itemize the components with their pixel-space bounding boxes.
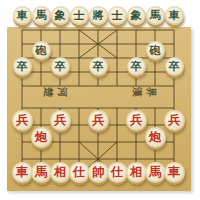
piece-character: 士 xyxy=(112,9,123,20)
pieces-layer: 車馬象士將士象馬車砲砲卒卒卒卒卒兵兵兵兵兵炮炮車馬相仕帥仕相馬車 xyxy=(0,0,200,200)
piece-character: 兵 xyxy=(130,113,142,125)
piece-character: 馬 xyxy=(149,165,161,177)
piece-character: 兵 xyxy=(16,113,28,125)
piece-character: 車 xyxy=(169,9,180,20)
piece-red-horse[interactable]: 馬 xyxy=(31,162,52,183)
piece-character: 馬 xyxy=(36,9,47,20)
piece-character: 將 xyxy=(93,9,104,20)
piece-red-general[interactable]: 帥 xyxy=(88,162,109,183)
piece-red-soldier[interactable]: 兵 xyxy=(12,110,33,131)
piece-black-cannon[interactable]: 砲 xyxy=(32,41,51,60)
piece-red-elephant[interactable]: 相 xyxy=(50,162,71,183)
piece-black-elephant[interactable]: 象 xyxy=(127,6,146,25)
piece-black-advisor[interactable]: 士 xyxy=(70,6,89,25)
piece-red-cannon[interactable]: 炮 xyxy=(31,127,52,148)
piece-character: 仕 xyxy=(73,165,85,177)
piece-black-elephant[interactable]: 象 xyxy=(51,6,70,25)
piece-black-horse[interactable]: 馬 xyxy=(32,6,51,25)
piece-red-soldier[interactable]: 兵 xyxy=(126,110,147,131)
piece-character: 仕 xyxy=(111,165,123,177)
piece-red-elephant[interactable]: 相 xyxy=(126,162,147,183)
piece-character: 砲 xyxy=(150,44,161,55)
piece-character: 馬 xyxy=(150,9,161,20)
piece-red-advisor[interactable]: 仕 xyxy=(69,162,90,183)
scene: 楚河 漢界 車馬象士將士象馬車砲砲卒卒卒卒卒兵兵兵兵兵炮炮車馬相仕帥仕相馬車 xyxy=(0,0,200,200)
piece-character: 兵 xyxy=(92,113,104,125)
piece-black-soldier[interactable]: 卒 xyxy=(13,57,32,76)
piece-character: 兵 xyxy=(168,113,180,125)
piece-character: 馬 xyxy=(35,165,47,177)
piece-character: 卒 xyxy=(55,60,66,71)
piece-black-soldier[interactable]: 卒 xyxy=(165,57,184,76)
piece-character: 象 xyxy=(131,9,142,20)
piece-character: 車 xyxy=(17,9,28,20)
piece-character: 卒 xyxy=(169,60,180,71)
piece-red-soldier[interactable]: 兵 xyxy=(164,110,185,131)
piece-character: 炮 xyxy=(149,130,161,142)
piece-character: 相 xyxy=(54,165,66,177)
piece-black-soldier[interactable]: 卒 xyxy=(127,57,146,76)
piece-character: 相 xyxy=(130,165,142,177)
piece-black-chariot[interactable]: 車 xyxy=(13,6,32,25)
piece-character: 卒 xyxy=(131,60,142,71)
piece-red-chariot[interactable]: 車 xyxy=(164,162,185,183)
piece-black-chariot[interactable]: 車 xyxy=(165,6,184,25)
piece-black-cannon[interactable]: 砲 xyxy=(146,41,165,60)
piece-black-general[interactable]: 將 xyxy=(89,6,108,25)
piece-red-soldier[interactable]: 兵 xyxy=(88,110,109,131)
piece-red-cannon[interactable]: 炮 xyxy=(145,127,166,148)
piece-character: 帥 xyxy=(92,165,104,177)
piece-character: 車 xyxy=(16,165,28,177)
piece-character: 卒 xyxy=(93,60,104,71)
piece-character: 砲 xyxy=(36,44,47,55)
piece-character: 士 xyxy=(74,9,85,20)
piece-character: 象 xyxy=(55,9,66,20)
piece-red-soldier[interactable]: 兵 xyxy=(50,110,71,131)
piece-character: 卒 xyxy=(17,60,28,71)
piece-black-advisor[interactable]: 士 xyxy=(108,6,127,25)
piece-red-horse[interactable]: 馬 xyxy=(145,162,166,183)
piece-character: 炮 xyxy=(35,130,47,142)
piece-black-horse[interactable]: 馬 xyxy=(146,6,165,25)
piece-red-chariot[interactable]: 車 xyxy=(12,162,33,183)
piece-red-advisor[interactable]: 仕 xyxy=(107,162,128,183)
piece-character: 車 xyxy=(168,165,180,177)
piece-character: 兵 xyxy=(54,113,66,125)
piece-black-soldier[interactable]: 卒 xyxy=(89,57,108,76)
piece-black-soldier[interactable]: 卒 xyxy=(51,57,70,76)
